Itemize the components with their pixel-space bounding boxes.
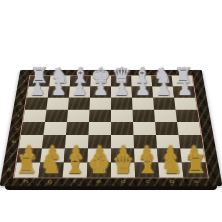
square-e1[interactable]: ♚ <box>90 76 111 87</box>
rank-label-3: 3 <box>13 98 27 110</box>
square-b4[interactable] <box>154 110 177 122</box>
square-f1[interactable]: ♝ <box>70 76 91 87</box>
square-c5[interactable] <box>133 122 156 135</box>
square-d8[interactable]: ♛ <box>111 163 135 178</box>
square-a2[interactable]: ♟ <box>173 87 195 98</box>
chess-set-photo: ♜♞♝♚♛♝♞♜♟♟♟♟♟♟♟♟♟♟♟♟♟♟♟♟♜♞♝♚♛♝♞♜ hgfedcb… <box>0 0 222 222</box>
file-label-a: a <box>184 177 210 185</box>
square-b2[interactable]: ♟ <box>152 87 174 98</box>
white-knight-piece: ♞ <box>50 65 69 87</box>
squares: ♜♞♝♚♛♝♞♜♟♟♟♟♟♟♟♟♟♟♟♟♟♟♟♟♜♞♝♚♛♝♞♜ <box>14 76 207 178</box>
square-h5[interactable] <box>21 122 45 135</box>
square-h4[interactable] <box>23 110 46 122</box>
square-a8[interactable]: ♜ <box>182 163 208 178</box>
square-c1[interactable]: ♝ <box>131 76 152 87</box>
square-e5[interactable] <box>88 122 111 135</box>
white-king-piece: ♚ <box>91 65 110 87</box>
square-f8[interactable]: ♝ <box>63 163 88 178</box>
square-h6[interactable] <box>19 135 44 149</box>
square-e8[interactable]: ♚ <box>87 163 111 178</box>
square-b8[interactable]: ♞ <box>158 163 183 178</box>
square-h3[interactable] <box>25 98 48 110</box>
square-c3[interactable] <box>132 98 154 110</box>
file-label-e: e <box>86 177 111 185</box>
square-a6[interactable] <box>179 135 204 149</box>
square-b3[interactable] <box>153 98 175 110</box>
square-a4[interactable] <box>176 110 199 122</box>
square-d5[interactable] <box>111 122 134 135</box>
square-g8[interactable]: ♞ <box>38 163 63 178</box>
square-e7[interactable]: ♟ <box>87 148 111 162</box>
square-g2[interactable]: ♟ <box>48 87 70 98</box>
square-g1[interactable]: ♞ <box>49 76 70 87</box>
square-h8[interactable]: ♜ <box>14 163 40 178</box>
square-g4[interactable] <box>45 110 68 122</box>
rank-label-1: 1 <box>17 76 30 87</box>
square-a7[interactable]: ♟ <box>180 148 205 162</box>
square-c2[interactable]: ♟ <box>132 87 153 98</box>
white-knight-piece: ♞ <box>153 65 172 87</box>
file-label-b: b <box>159 177 184 185</box>
square-b5[interactable] <box>155 122 179 135</box>
file-label-g: g <box>37 177 62 185</box>
square-a1[interactable]: ♜ <box>172 76 194 87</box>
square-b1[interactable]: ♞ <box>151 76 172 87</box>
square-g5[interactable] <box>43 122 67 135</box>
square-e6[interactable] <box>88 135 111 149</box>
square-f5[interactable] <box>66 122 89 135</box>
chess-board: ♜♞♝♚♛♝♞♜♟♟♟♟♟♟♟♟♟♟♟♟♟♟♟♟♜♞♝♚♛♝♞♜ hgfedcb… <box>0 70 222 186</box>
square-e4[interactable] <box>89 110 111 122</box>
square-e3[interactable] <box>89 98 111 110</box>
square-c4[interactable] <box>133 110 155 122</box>
file-label-h: h <box>13 177 39 185</box>
file-label-f: f <box>62 177 87 185</box>
square-b6[interactable] <box>156 135 180 149</box>
file-label-c: c <box>135 177 160 185</box>
rank-label-4: 4 <box>11 110 25 122</box>
square-f3[interactable] <box>68 98 90 110</box>
square-d7[interactable]: ♟ <box>111 148 135 162</box>
white-bishop-piece: ♝ <box>132 65 151 87</box>
white-queen-piece: ♛ <box>112 65 131 87</box>
square-e2[interactable]: ♟ <box>90 87 111 98</box>
square-g3[interactable] <box>46 98 68 110</box>
square-d6[interactable] <box>111 135 134 149</box>
square-f7[interactable]: ♟ <box>64 148 88 162</box>
square-g7[interactable]: ♟ <box>40 148 65 162</box>
square-a3[interactable] <box>174 98 197 110</box>
white-rook-piece: ♜ <box>29 65 48 87</box>
rank-label-2: 2 <box>15 87 28 98</box>
file-label-d: d <box>111 177 136 185</box>
square-b7[interactable]: ♟ <box>157 148 182 162</box>
square-c6[interactable] <box>134 135 158 149</box>
square-c8[interactable]: ♝ <box>135 163 160 178</box>
square-h2[interactable]: ♟ <box>27 87 49 98</box>
square-f4[interactable] <box>67 110 89 122</box>
square-d3[interactable] <box>111 98 133 110</box>
square-g6[interactable] <box>42 135 66 149</box>
board-3d-wrapper: ♜♞♝♚♛♝♞♜♟♟♟♟♟♟♟♟♟♟♟♟♟♟♟♟♜♞♝♚♛♝♞♜ hgfedcb… <box>0 70 222 186</box>
square-f6[interactable] <box>65 135 89 149</box>
square-d1[interactable]: ♛ <box>111 76 132 87</box>
white-bishop-piece: ♝ <box>70 65 89 87</box>
square-h1[interactable]: ♜ <box>29 76 51 87</box>
square-h7[interactable]: ♟ <box>17 148 42 162</box>
square-d2[interactable]: ♟ <box>111 87 132 98</box>
white-rook-piece: ♜ <box>173 65 192 87</box>
square-f2[interactable]: ♟ <box>69 87 90 98</box>
square-d4[interactable] <box>111 110 133 122</box>
square-a5[interactable] <box>177 122 201 135</box>
square-c7[interactable]: ♟ <box>134 148 158 162</box>
